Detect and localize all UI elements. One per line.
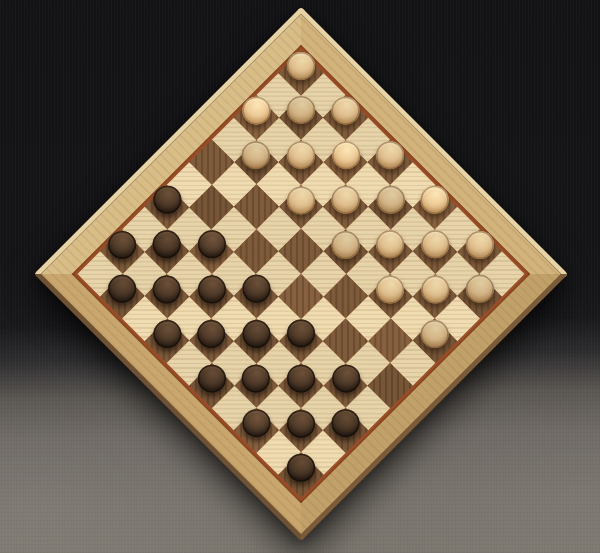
checkers-board-wrap [112,85,490,463]
board-grid [78,51,525,498]
checkers-board [34,7,569,542]
photo-scene [0,0,600,553]
board-inlay-border [72,45,530,503]
